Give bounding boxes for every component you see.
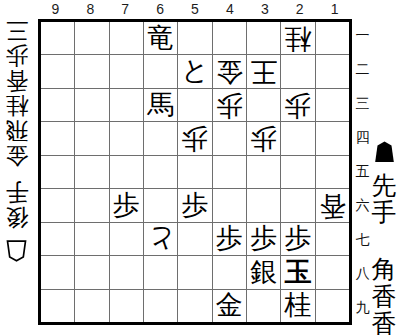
gote-hand-piece-1[interactable]: 飛 [6,118,29,143]
sente-piece-icon [374,141,395,169]
rank-label-1: 一 [354,19,371,53]
piece-sente-63: 馬 [147,92,174,119]
file-label-4: 4 [212,1,247,17]
piece-sente-76: 歩 [113,192,140,219]
square-96[interactable] [41,189,74,221]
square-51[interactable] [178,22,211,54]
piece-gote-23: 歩 [284,92,311,119]
square-33[interactable] [247,89,280,121]
piece-sente-49: 金 [216,292,243,319]
piece-sente-38: 銀 [250,259,277,286]
sente-hand-column: 先手 角香香 [367,141,401,335]
file-label-3: 3 [247,1,282,17]
square-98[interactable] [41,256,74,288]
square-97[interactable] [41,223,74,255]
square-68[interactable] [144,256,177,288]
square-76[interactable]: 歩 [110,189,143,221]
square-19[interactable] [316,290,349,322]
sente-hand-pieces: 角香香 [372,256,397,335]
sente-label-char-0: 先 [372,172,397,199]
sente-label-char-1: 手 [372,199,397,226]
square-32[interactable]: 王 [247,55,280,87]
square-29[interactable]: 桂 [281,290,314,322]
piece-sente-28: 玉 [284,259,311,286]
sente-hand-piece-0[interactable]: 角 [372,256,397,283]
piece-sente-27: 歩 [284,225,311,252]
square-92[interactable] [41,55,74,87]
piece-gote-43: 歩 [216,92,243,119]
square-62[interactable] [144,55,177,87]
square-45[interactable] [213,156,246,188]
square-63[interactable]: 馬 [144,89,177,121]
gote-hand-piece-5[interactable]: 三 [6,18,29,43]
square-48[interactable] [213,256,246,288]
gote-hand-piece-2[interactable]: 桂 [6,93,29,118]
square-83[interactable] [75,89,108,121]
file-label-9: 9 [38,1,73,17]
square-59[interactable] [178,290,211,322]
square-28[interactable]: 玉 [281,256,314,288]
square-87[interactable] [75,223,108,255]
square-22[interactable] [281,55,314,87]
square-65[interactable] [144,156,177,188]
square-84[interactable] [75,122,108,154]
piece-sente-29: 桂 [284,292,311,319]
square-23[interactable]: 歩 [281,89,314,121]
piece-gote-32: 王 [250,58,277,85]
square-58[interactable] [178,256,211,288]
piece-sente-56: 歩 [181,192,208,219]
file-label-2: 2 [282,1,317,17]
sente-hand-piece-2[interactable]: 香 [372,310,397,335]
square-82[interactable] [75,55,108,87]
square-91[interactable] [41,22,74,54]
piece-sente-47: 歩 [216,225,243,252]
square-66[interactable] [144,189,177,221]
gote-piece-icon [7,234,28,262]
square-25[interactable] [281,156,314,188]
piece-gote-21: 桂 [284,25,311,52]
square-64[interactable] [144,122,177,154]
square-46[interactable] [213,189,246,221]
square-21[interactable]: 桂 [281,22,314,54]
square-16[interactable]: 香 [316,189,349,221]
square-24[interactable] [281,122,314,154]
square-81[interactable] [75,22,108,54]
piece-gote-54: 歩 [181,125,208,152]
square-54[interactable]: 歩 [178,122,211,154]
square-75[interactable] [110,156,143,188]
sente-hand-piece-1[interactable]: 香 [372,283,397,310]
square-95[interactable] [41,156,74,188]
square-39[interactable] [247,290,280,322]
square-37[interactable]: 歩 [247,223,280,255]
piece-gote-42: 金 [216,58,243,85]
piece-gote-16: 香 [319,192,346,219]
square-77[interactable] [110,223,143,255]
square-42[interactable]: 金 [213,55,246,87]
piece-sente-37: 歩 [250,225,277,252]
square-43[interactable]: 歩 [213,89,246,121]
square-41[interactable] [213,22,246,54]
sente-label: 先手 [372,172,397,226]
square-74[interactable] [110,122,143,154]
square-44[interactable] [213,122,246,154]
square-94[interactable] [41,122,74,154]
shogi-diagram: 987654321 竜桂と金王馬歩歩歩歩歩歩香と歩歩歩銀玉金桂 一二三四五六七八… [0,0,409,335]
piece-gote-34: 歩 [250,125,277,152]
square-56[interactable]: 歩 [178,189,211,221]
square-55[interactable] [178,156,211,188]
file-label-8: 8 [73,1,108,17]
gote-hand-pieces: 金飛桂香歩三 [6,18,29,168]
square-17[interactable] [316,223,349,255]
square-93[interactable] [41,89,74,121]
square-11[interactable] [316,22,349,54]
file-label-1: 1 [317,1,352,17]
square-99[interactable] [41,290,74,322]
gote-hand-piece-4[interactable]: 歩 [6,43,29,68]
square-88[interactable] [75,256,108,288]
square-38[interactable]: 銀 [247,256,280,288]
shogi-board: 竜桂と金王馬歩歩歩歩歩歩香と歩歩歩銀玉金桂 [38,19,352,325]
square-72[interactable] [110,55,143,87]
square-71[interactable] [110,22,143,54]
square-79[interactable] [110,290,143,322]
square-18[interactable] [316,256,349,288]
file-label-6: 6 [143,1,178,17]
gote-hand-column: 後手 金飛桂香歩三 [2,18,32,262]
square-34[interactable]: 歩 [247,122,280,154]
square-12[interactable] [316,55,349,87]
square-13[interactable] [316,89,349,121]
square-15[interactable] [316,156,349,188]
piece-sente-61: 竜 [147,25,174,52]
rank-label-2: 二 [354,53,371,87]
file-coordinates: 987654321 [38,1,352,17]
square-67[interactable]: と [144,223,177,255]
square-27[interactable]: 歩 [281,223,314,255]
square-31[interactable] [247,22,280,54]
square-85[interactable] [75,156,108,188]
square-14[interactable] [316,122,349,154]
square-86[interactable] [75,189,108,221]
square-47[interactable]: 歩 [213,223,246,255]
file-label-5: 5 [178,1,213,17]
gote-hand-piece-0[interactable]: 金 [6,143,29,168]
square-53[interactable] [178,89,211,121]
square-26[interactable] [281,189,314,221]
gote-label-char-0: 後 [6,204,29,230]
square-61[interactable]: 竜 [144,22,177,54]
file-label-7: 7 [108,1,143,17]
square-69[interactable] [144,290,177,322]
rank-label-3: 三 [354,87,371,121]
square-73[interactable] [110,89,143,121]
square-78[interactable] [110,256,143,288]
square-35[interactable] [247,156,280,188]
square-89[interactable] [75,290,108,322]
gote-label-char-1: 手 [6,178,29,204]
piece-sente-52: と [181,58,209,85]
square-36[interactable] [247,189,280,221]
square-57[interactable] [178,223,211,255]
gote-label: 後手 [6,178,29,230]
gote-hand-piece-3[interactable]: 香 [6,68,29,93]
square-52[interactable]: と [178,55,211,87]
square-49[interactable]: 金 [213,290,246,322]
piece-gote-67: と [147,225,175,252]
